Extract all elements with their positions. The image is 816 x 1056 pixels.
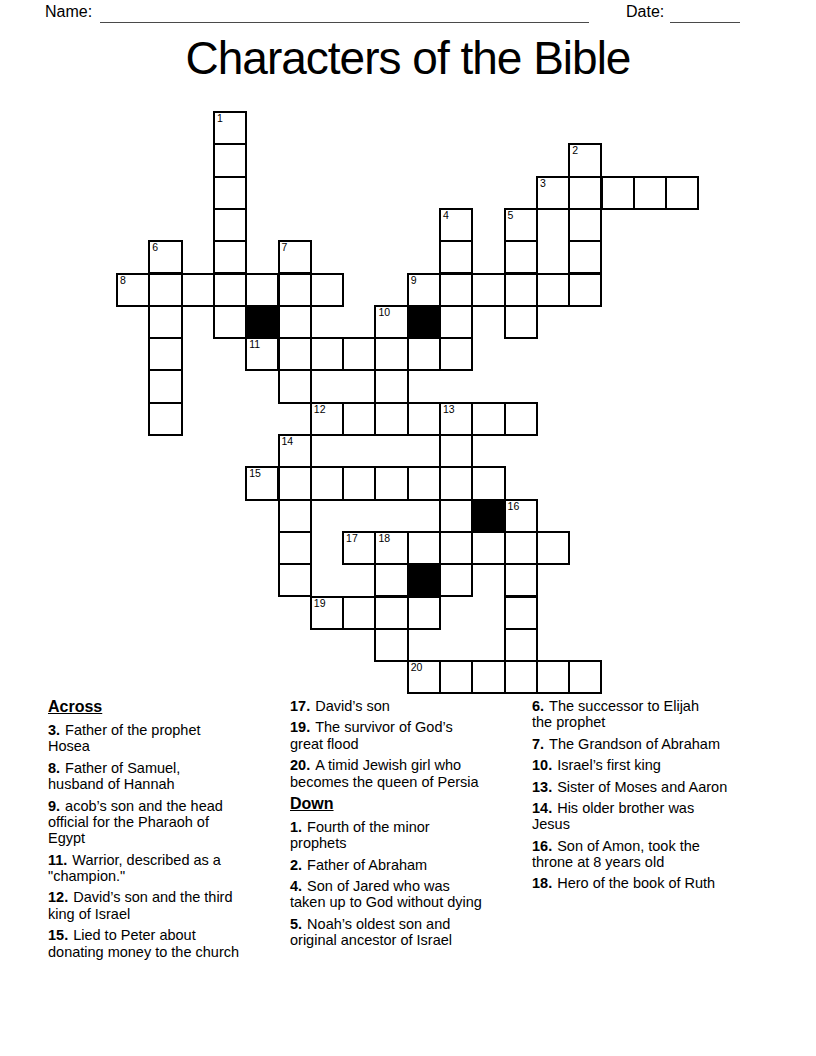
grid-cell[interactable] — [278, 531, 312, 565]
date-blank-line[interactable] — [670, 1, 740, 23]
cell-number: 19 — [314, 598, 326, 609]
grid-cell[interactable] — [407, 466, 441, 500]
clue-text: Noah’s oldest son and original ancestor … — [290, 916, 452, 948]
grid-cell[interactable] — [342, 596, 376, 630]
clue-column-2: 17.David’s son19.The survivor of God’s g… — [290, 698, 532, 965]
grid-cell[interactable]: 13 — [439, 402, 473, 436]
grid-cell[interactable]: 12 — [310, 402, 344, 436]
grid-cell[interactable]: 8 — [116, 273, 150, 307]
clue-down-4: 4.Son of Jared who was taken up to God w… — [290, 878, 532, 911]
cell-number: 1 — [217, 113, 223, 124]
grid-cell[interactable] — [439, 273, 473, 307]
grid-cell[interactable] — [504, 628, 538, 662]
grid-cell[interactable] — [407, 531, 441, 565]
cell-number: 11 — [249, 339, 260, 350]
grid-cell[interactable]: 11 — [245, 337, 279, 371]
grid-cell[interactable]: 6 — [148, 240, 182, 274]
grid-cell[interactable] — [213, 273, 247, 307]
clue-number: 20. — [290, 757, 310, 773]
black-cell — [471, 499, 505, 533]
date-label: Date: — [626, 3, 664, 21]
grid-cell[interactable] — [504, 563, 538, 597]
clue-text: Father of the prophet Hosea — [48, 722, 201, 754]
grid-cell[interactable]: 14 — [278, 434, 312, 468]
grid-cell[interactable] — [310, 337, 344, 371]
clue-text: Son of Amon, took the throne at 8 years … — [532, 838, 700, 870]
grid-cell[interactable] — [342, 402, 376, 436]
grid-cell[interactable]: 7 — [278, 240, 312, 274]
grid-cell[interactable]: 9 — [407, 273, 441, 307]
grid-cell[interactable] — [601, 176, 635, 210]
grid-cell[interactable]: 18 — [374, 531, 408, 565]
clue-text: His older brother was Jesus — [532, 800, 694, 832]
grid-cell[interactable] — [407, 596, 441, 630]
clue-across-11: 11.Warrior, described as a "champion." — [48, 852, 290, 885]
clue-down-1: 1.Fourth of the minor prophets — [290, 819, 532, 852]
grid-cell[interactable] — [471, 531, 505, 565]
cell-number: 18 — [378, 533, 390, 544]
grid-cell[interactable] — [148, 402, 182, 436]
clue-column-1: Across3.Father of the prophet Hosea8.Fat… — [48, 698, 290, 965]
grid-cell[interactable]: 3 — [536, 176, 570, 210]
black-cell — [245, 305, 279, 339]
clue-number: 14. — [532, 800, 552, 816]
grid-cell[interactable] — [278, 499, 312, 533]
clue-text: The survivor of God’s great flood — [290, 719, 453, 751]
clue-text: The successor to Elijah the prophet — [532, 698, 699, 730]
clue-number: 12. — [48, 889, 68, 905]
grid-cell[interactable] — [439, 434, 473, 468]
clue-number: 6. — [532, 698, 544, 714]
grid-cell[interactable] — [504, 660, 538, 694]
clue-number: 10. — [532, 757, 552, 773]
clue-down-5: 5.Noah’s oldest son and original ancesto… — [290, 916, 532, 949]
grid-cell[interactable] — [471, 660, 505, 694]
clue-number: 7. — [532, 736, 544, 752]
crossword-grid: 1234567891011121314151617181920 — [116, 111, 700, 695]
grid-cell[interactable] — [374, 466, 408, 500]
clue-number: 15. — [48, 927, 68, 943]
grid-cell[interactable] — [374, 563, 408, 597]
clue-across-9: 9.acob’s son and the head official for t… — [48, 798, 290, 847]
clue-text: Father of Samuel, husband of Hannah — [48, 760, 180, 792]
grid-cell[interactable] — [504, 273, 538, 307]
worksheet-page: Name: Date: Characters of the Bible 1234… — [0, 0, 816, 1056]
grid-cell[interactable]: 20 — [407, 660, 441, 694]
grid-cell[interactable] — [374, 369, 408, 403]
grid-cell[interactable] — [148, 369, 182, 403]
grid-cell[interactable] — [471, 402, 505, 436]
clue-text: Lied to Peter about donating money to th… — [48, 927, 239, 959]
grid-cell[interactable] — [439, 660, 473, 694]
grid-cell[interactable]: 1 — [213, 111, 247, 145]
name-label: Name: — [45, 3, 92, 21]
clue-number: 8. — [48, 760, 60, 776]
cell-number: 3 — [540, 178, 546, 189]
grid-cell[interactable] — [568, 660, 602, 694]
grid-cell[interactable] — [568, 176, 602, 210]
clue-number: 2. — [290, 857, 302, 873]
grid-cell[interactable] — [568, 273, 602, 307]
clue-text: Hero of the book of Ruth — [557, 875, 715, 891]
grid-cell[interactable] — [536, 531, 570, 565]
cell-number: 10 — [378, 307, 390, 318]
grid-cell[interactable] — [342, 337, 376, 371]
clue-number: 11. — [48, 852, 67, 868]
grid-cell[interactable] — [439, 563, 473, 597]
clue-text: David’s son and the third king of Israel — [48, 889, 233, 921]
grid-cell[interactable] — [439, 305, 473, 339]
grid-cell[interactable] — [245, 273, 279, 307]
grid-cell[interactable] — [407, 337, 441, 371]
grid-cell[interactable] — [665, 176, 699, 210]
clue-down-6: 6.The successor to Elijah the prophet — [532, 698, 774, 731]
clue-column-3: 6.The successor to Elijah the prophet7.T… — [532, 698, 774, 965]
clue-across-15: 15.Lied to Peter about donating money to… — [48, 927, 290, 960]
grid-cell[interactable] — [213, 240, 247, 274]
grid-cell[interactable] — [278, 466, 312, 500]
cell-number: 7 — [282, 242, 288, 253]
grid-cell[interactable]: 15 — [245, 466, 279, 500]
cell-number: 5 — [508, 210, 514, 221]
grid-cell[interactable]: 5 — [504, 208, 538, 242]
grid-cell[interactable] — [278, 563, 312, 597]
grid-cell[interactable] — [439, 337, 473, 371]
clue-text: Fourth of the minor prophets — [290, 819, 430, 851]
grid-cell[interactable] — [439, 531, 473, 565]
grid-cell[interactable] — [148, 305, 182, 339]
cell-number: 20 — [411, 662, 423, 673]
grid-cell[interactable] — [278, 305, 312, 339]
across-header: Across — [48, 698, 290, 716]
grid-cell[interactable] — [471, 273, 505, 307]
clue-text: The Grandson of Abraham — [549, 736, 720, 752]
cell-number: 2 — [572, 145, 578, 156]
clue-down-14: 14.His older brother was Jesus — [532, 800, 774, 833]
grid-cell[interactable] — [407, 402, 441, 436]
grid-cell[interactable] — [213, 305, 247, 339]
grid-cell[interactable] — [213, 208, 247, 242]
cell-number: 9 — [411, 275, 417, 286]
clue-down-10: 10.Israel’s first king — [532, 757, 774, 773]
grid-cell[interactable] — [278, 273, 312, 307]
grid-cell[interactable] — [633, 176, 667, 210]
cell-number: 8 — [120, 275, 126, 286]
black-cell — [407, 563, 441, 597]
grid-cell[interactable] — [504, 531, 538, 565]
grid-cell[interactable] — [568, 208, 602, 242]
grid-cell[interactable]: 2 — [568, 143, 602, 177]
clue-down-18: 18.Hero of the book of Ruth — [532, 875, 774, 891]
grid-cell[interactable]: 17 — [342, 531, 376, 565]
clue-number: 5. — [290, 916, 302, 932]
black-cell — [407, 305, 441, 339]
grid-cell[interactable] — [278, 337, 312, 371]
clue-text: Father of Abraham — [307, 857, 427, 873]
grid-cell[interactable] — [439, 466, 473, 500]
clue-text: acob’s son and the head official for the… — [48, 798, 223, 847]
clue-text: Israel’s first king — [557, 757, 661, 773]
cell-number: 6 — [152, 242, 158, 253]
clue-text: Warrior, described as a "champion." — [48, 852, 221, 884]
cell-number: 15 — [249, 468, 261, 479]
name-blank-line[interactable] — [100, 1, 589, 23]
clue-number: 19. — [290, 719, 310, 735]
grid-cell[interactable] — [536, 660, 570, 694]
clues-section: Across3.Father of the prophet Hosea8.Fat… — [48, 698, 774, 965]
clue-down-16: 16.Son of Amon, took the throne at 8 yea… — [532, 838, 774, 871]
grid-cell[interactable] — [439, 499, 473, 533]
grid-cell[interactable] — [504, 402, 538, 436]
grid-cell[interactable] — [374, 628, 408, 662]
grid-cell[interactable] — [181, 273, 215, 307]
grid-cell[interactable] — [471, 466, 505, 500]
clue-number: 4. — [290, 878, 302, 894]
clue-across-19: 19.The survivor of God’s great flood — [290, 719, 532, 752]
clue-number: 3. — [48, 722, 60, 738]
clue-down-2: 2.Father of Abraham — [290, 857, 532, 873]
clue-down-7: 7.The Grandson of Abraham — [532, 736, 774, 752]
grid-cell[interactable]: 4 — [439, 208, 473, 242]
page-title: Characters of the Bible — [0, 35, 816, 81]
cell-number: 16 — [508, 501, 520, 512]
grid-cell[interactable] — [439, 240, 473, 274]
grid-cell[interactable] — [536, 273, 570, 307]
grid-cell[interactable]: 10 — [374, 305, 408, 339]
cell-number: 14 — [282, 436, 294, 447]
grid-cell[interactable] — [504, 596, 538, 630]
grid-cell[interactable] — [148, 337, 182, 371]
grid-cell[interactable] — [213, 143, 247, 177]
clue-across-3: 3.Father of the prophet Hosea — [48, 722, 290, 755]
clue-across-12: 12.David’s son and the third king of Isr… — [48, 889, 290, 922]
clue-number: 18. — [532, 875, 552, 891]
grid-cell[interactable]: 19 — [310, 596, 344, 630]
clue-across-20: 20.A timid Jewish girl who becomes the q… — [290, 757, 532, 790]
grid-cell[interactable] — [310, 466, 344, 500]
clue-number: 1. — [290, 819, 302, 835]
clue-text: Sister of Moses and Aaron — [557, 779, 727, 795]
cell-number: 17 — [346, 533, 358, 544]
clue-text: A timid Jewish girl who becomes the quee… — [290, 757, 479, 789]
cell-number: 12 — [314, 404, 326, 415]
grid-cell[interactable] — [278, 369, 312, 403]
down-header: Down — [290, 795, 532, 813]
clue-number: 16. — [532, 838, 552, 854]
grid-cell[interactable] — [310, 273, 344, 307]
grid-cell[interactable]: 16 — [504, 499, 538, 533]
cell-number: 13 — [443, 404, 455, 415]
grid-cell[interactable] — [342, 466, 376, 500]
clue-text: David’s son — [315, 698, 390, 714]
grid-cell[interactable] — [504, 305, 538, 339]
grid-cell[interactable] — [148, 273, 182, 307]
grid-cell[interactable] — [504, 240, 538, 274]
grid-cell[interactable] — [374, 402, 408, 436]
grid-cell[interactable] — [374, 596, 408, 630]
clue-text: Son of Jared who was taken up to God wit… — [290, 878, 482, 910]
clue-across-17: 17.David’s son — [290, 698, 532, 714]
clue-down-13: 13.Sister of Moses and Aaron — [532, 779, 774, 795]
grid-cell[interactable] — [374, 337, 408, 371]
cell-number: 4 — [443, 210, 449, 221]
grid-cell[interactable] — [213, 176, 247, 210]
grid-cell[interactable] — [568, 240, 602, 274]
clue-number: 17. — [290, 698, 310, 714]
clue-number: 13. — [532, 779, 552, 795]
clue-across-8: 8.Father of Samuel, husband of Hannah — [48, 760, 290, 793]
clue-number: 9. — [48, 798, 60, 814]
